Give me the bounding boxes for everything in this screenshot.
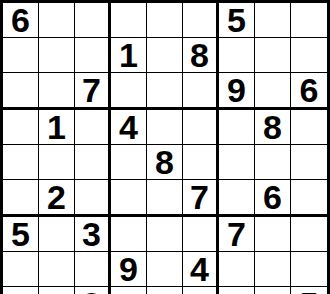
cell-r3c6[interactable] — [183, 73, 219, 110]
cell-r5c1[interactable] — [3, 145, 39, 180]
cell-r1c2[interactable] — [39, 3, 75, 38]
cell-r8c3[interactable] — [75, 252, 111, 287]
cell-r8c5[interactable] — [147, 252, 183, 287]
cell-r3c5[interactable] — [147, 73, 183, 110]
cell-r5c8[interactable] — [255, 145, 291, 180]
cell-r9c4[interactable] — [111, 287, 147, 294]
cell-r2c7[interactable] — [219, 38, 255, 73]
cell-r2c3[interactable] — [75, 38, 111, 73]
cell-r5c2[interactable] — [39, 145, 75, 180]
cell-r3c1[interactable] — [3, 73, 39, 110]
cell-r3c7[interactable]: 9 — [219, 73, 255, 110]
cell-r2c2[interactable] — [39, 38, 75, 73]
cell-r4c9[interactable] — [291, 110, 327, 145]
cell-r6c8[interactable]: 6 — [255, 180, 291, 217]
cell-r7c4[interactable] — [111, 217, 147, 252]
cell-r4c6[interactable] — [183, 110, 219, 145]
cell-r1c7[interactable]: 5 — [219, 3, 255, 38]
cell-r9c6[interactable] — [183, 287, 219, 294]
cell-r5c6[interactable] — [183, 145, 219, 180]
cell-r7c3[interactable]: 3 — [75, 217, 111, 252]
cell-r1c5[interactable] — [147, 3, 183, 38]
cell-r6c2[interactable]: 2 — [39, 180, 75, 217]
cell-r2c5[interactable] — [147, 38, 183, 73]
cell-r9c2[interactable] — [39, 287, 75, 294]
cell-r3c2[interactable] — [39, 73, 75, 110]
cell-r4c7[interactable] — [219, 110, 255, 145]
cell-r4c1[interactable] — [3, 110, 39, 145]
cell-r2c1[interactable] — [3, 38, 39, 73]
cell-r4c3[interactable] — [75, 110, 111, 145]
cell-r6c6[interactable]: 7 — [183, 180, 219, 217]
cell-r9c3[interactable]: 2 — [75, 287, 111, 294]
cell-r8c1[interactable] — [3, 252, 39, 287]
cell-r4c2[interactable]: 1 — [39, 110, 75, 145]
cell-r9c7[interactable] — [219, 287, 255, 294]
cell-r4c4[interactable]: 4 — [111, 110, 147, 145]
cell-r9c9[interactable]: 5 — [291, 287, 327, 294]
cell-r7c8[interactable] — [255, 217, 291, 252]
cell-r6c7[interactable] — [219, 180, 255, 217]
cell-r3c9[interactable]: 6 — [291, 73, 327, 110]
cell-r3c3[interactable]: 7 — [75, 73, 111, 110]
cell-r3c4[interactable] — [111, 73, 147, 110]
cell-r7c1[interactable]: 5 — [3, 217, 39, 252]
cell-r2c9[interactable] — [291, 38, 327, 73]
cell-r6c4[interactable] — [111, 180, 147, 217]
cell-r9c5[interactable] — [147, 287, 183, 294]
sudoku-board: 651879614882765379425 — [0, 0, 330, 294]
cell-r6c1[interactable] — [3, 180, 39, 217]
cell-r7c7[interactable]: 7 — [219, 217, 255, 252]
cell-r2c4[interactable]: 1 — [111, 38, 147, 73]
cell-r6c9[interactable] — [291, 180, 327, 217]
cell-r3c8[interactable] — [255, 73, 291, 110]
cell-r9c1[interactable] — [3, 287, 39, 294]
cell-r8c7[interactable] — [219, 252, 255, 287]
cell-r8c4[interactable]: 9 — [111, 252, 147, 287]
cell-r5c7[interactable] — [219, 145, 255, 180]
cell-r8c8[interactable] — [255, 252, 291, 287]
cell-r5c4[interactable] — [111, 145, 147, 180]
cell-r8c6[interactable]: 4 — [183, 252, 219, 287]
cell-r4c5[interactable] — [147, 110, 183, 145]
cell-r5c3[interactable] — [75, 145, 111, 180]
cell-r6c3[interactable] — [75, 180, 111, 217]
cell-r9c8[interactable] — [255, 287, 291, 294]
cell-r7c6[interactable] — [183, 217, 219, 252]
cell-r1c6[interactable] — [183, 3, 219, 38]
cell-r7c9[interactable] — [291, 217, 327, 252]
cell-r7c2[interactable] — [39, 217, 75, 252]
cell-r1c1[interactable]: 6 — [3, 3, 39, 38]
cell-r8c2[interactable] — [39, 252, 75, 287]
cell-r4c8[interactable]: 8 — [255, 110, 291, 145]
cell-r2c6[interactable]: 8 — [183, 38, 219, 73]
cell-r5c5[interactable]: 8 — [147, 145, 183, 180]
cell-r5c9[interactable] — [291, 145, 327, 180]
cell-r7c5[interactable] — [147, 217, 183, 252]
cell-r2c8[interactable] — [255, 38, 291, 73]
cell-r1c9[interactable] — [291, 3, 327, 38]
cell-r1c3[interactable] — [75, 3, 111, 38]
cell-r1c8[interactable] — [255, 3, 291, 38]
cell-r8c9[interactable] — [291, 252, 327, 287]
cell-r1c4[interactable] — [111, 3, 147, 38]
cell-r6c5[interactable] — [147, 180, 183, 217]
